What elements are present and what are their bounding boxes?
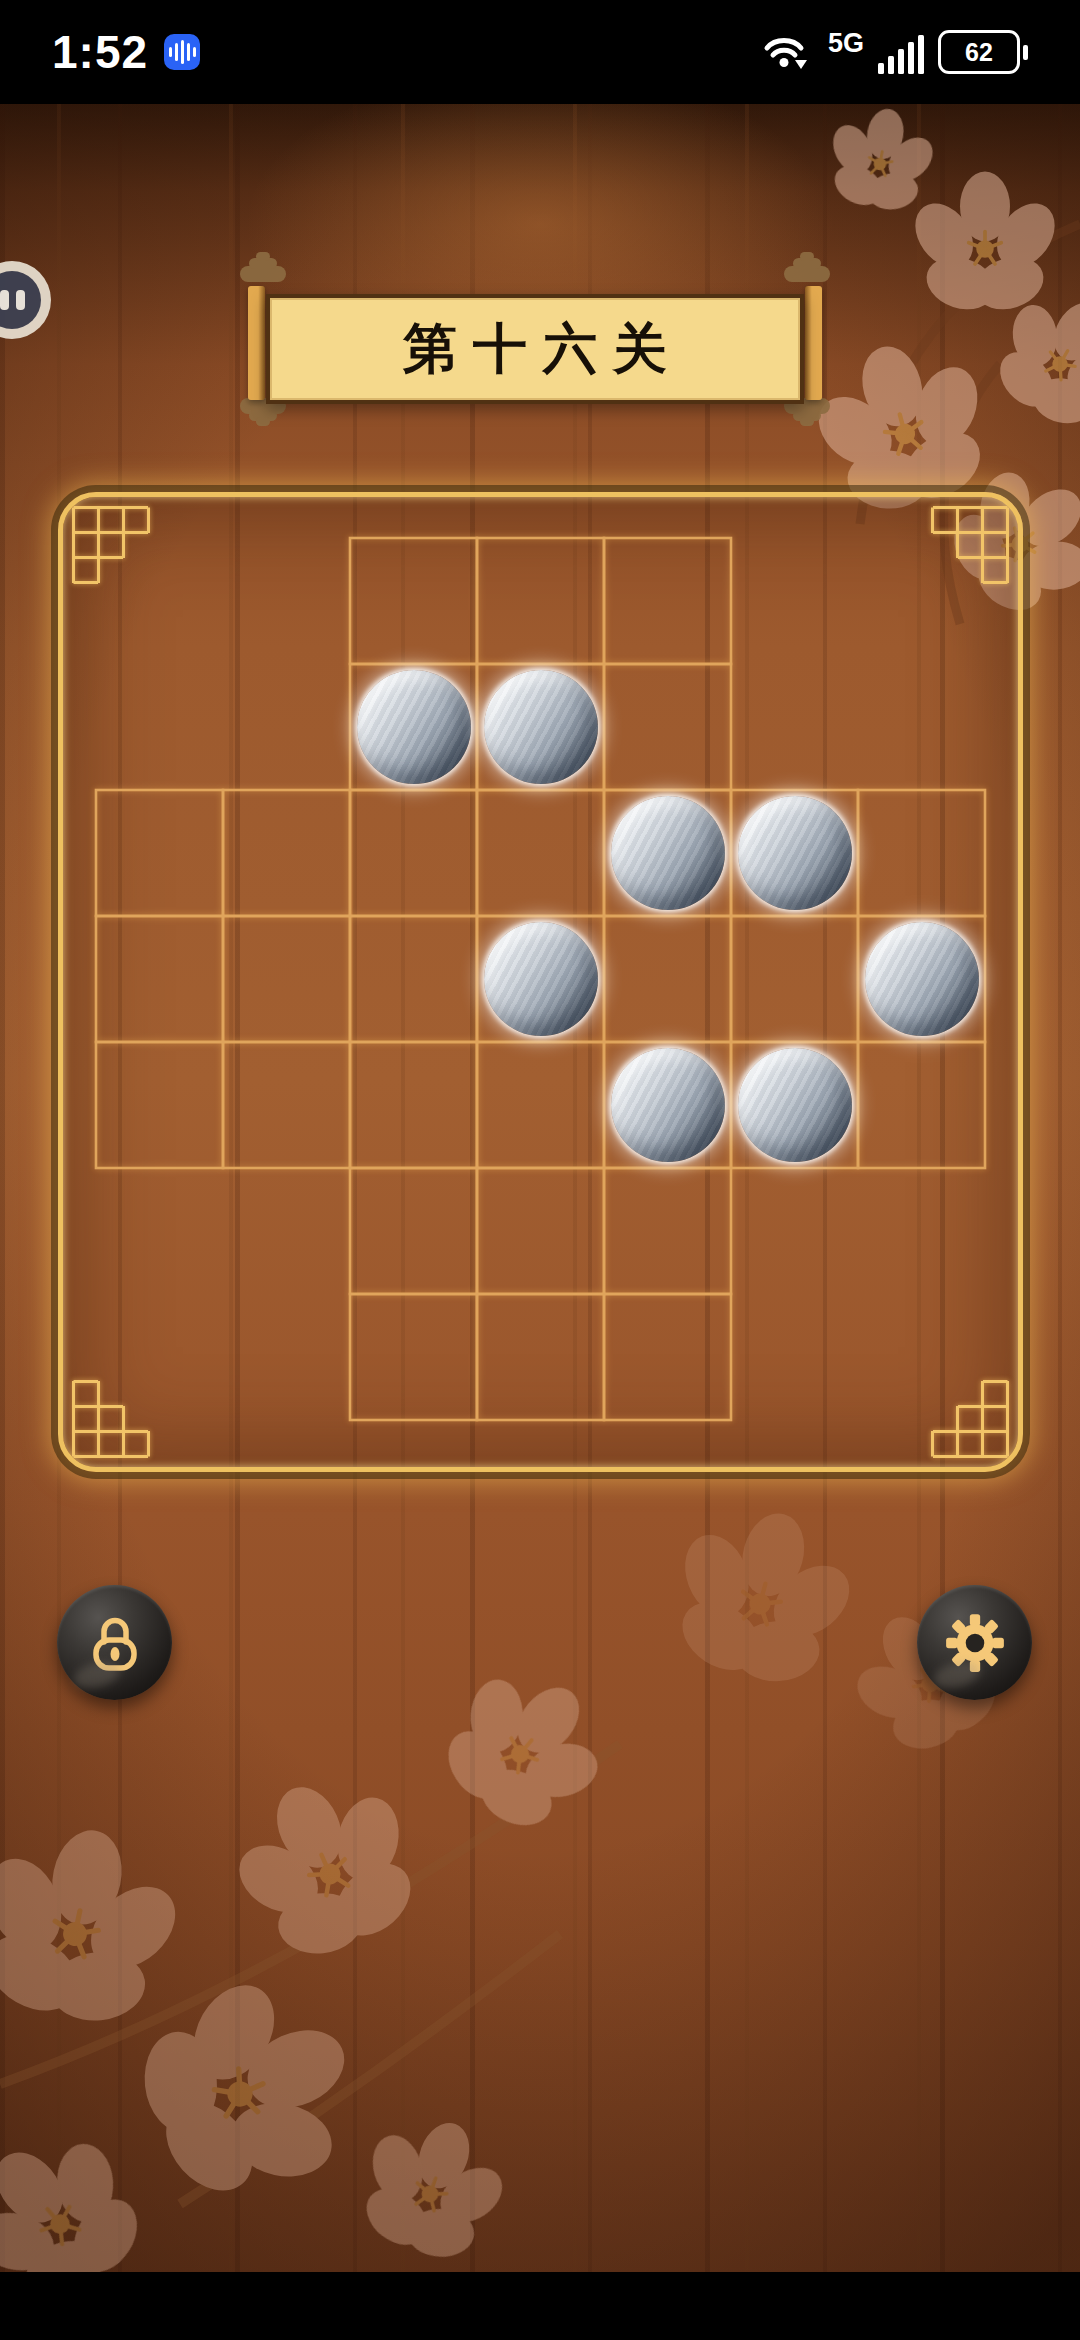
board-hole[interactable] xyxy=(223,1042,350,1168)
white-stone[interactable] xyxy=(357,670,471,784)
board-hole[interactable] xyxy=(604,1294,731,1420)
status-bar: 1:52 5G 62 xyxy=(0,0,1080,104)
settings-button[interactable] xyxy=(917,1585,1032,1700)
white-stone[interactable] xyxy=(484,670,598,784)
battery-nub xyxy=(1023,45,1028,60)
board-hole[interactable] xyxy=(858,790,985,916)
board-hole[interactable] xyxy=(604,664,731,790)
board-hole[interactable] xyxy=(350,916,477,1042)
level-banner-scroll: 第十六关 xyxy=(246,262,824,422)
network-type-label: 5G xyxy=(828,28,864,59)
board-hole[interactable] xyxy=(858,1042,985,1168)
level-banner: 第十六关 xyxy=(266,294,804,404)
white-stone[interactable] xyxy=(865,922,979,1036)
lock-button[interactable] xyxy=(57,1585,172,1700)
board-hole[interactable] xyxy=(477,1168,604,1294)
lock-icon xyxy=(83,1611,147,1675)
scroll-finial-top-left xyxy=(240,266,286,282)
white-stone[interactable] xyxy=(611,1048,725,1162)
gear-icon xyxy=(942,1610,1008,1676)
status-left: 1:52 xyxy=(52,25,200,79)
board-hole[interactable] xyxy=(731,916,858,1042)
scroll-roller-right xyxy=(805,286,822,400)
board-hole[interactable] xyxy=(604,538,731,664)
game-screen: 1:52 5G 62 xyxy=(0,0,1080,2340)
pause-icon xyxy=(0,271,41,329)
solitaire-board xyxy=(58,492,1023,1472)
battery-percent: 62 xyxy=(938,30,1020,74)
board-hole[interactable] xyxy=(223,916,350,1042)
voice-wave-icon xyxy=(164,34,200,70)
level-title: 第十六关 xyxy=(387,313,683,386)
board-hole[interactable] xyxy=(223,790,350,916)
board-hole[interactable] xyxy=(604,1168,731,1294)
status-right: 5G 62 xyxy=(762,30,1028,74)
board-hole[interactable] xyxy=(96,916,223,1042)
board-hole[interactable] xyxy=(96,790,223,916)
signal-bars-icon xyxy=(878,34,924,74)
battery-icon: 62 xyxy=(938,30,1028,74)
board-hole[interactable] xyxy=(477,1042,604,1168)
board-hole[interactable] xyxy=(477,1294,604,1420)
white-stone[interactable] xyxy=(738,796,852,910)
board-hole[interactable] xyxy=(477,790,604,916)
white-stone[interactable] xyxy=(611,796,725,910)
floating-pause-button[interactable] xyxy=(0,261,51,339)
board-hole[interactable] xyxy=(477,538,604,664)
board-hole[interactable] xyxy=(350,1042,477,1168)
wifi-icon xyxy=(762,30,814,74)
board-hole[interactable] xyxy=(350,1168,477,1294)
scroll-roller-left xyxy=(248,286,265,400)
clock-time: 1:52 xyxy=(52,25,148,79)
white-stone[interactable] xyxy=(738,1048,852,1162)
board-hole[interactable] xyxy=(96,1042,223,1168)
board-hole[interactable] xyxy=(350,538,477,664)
board-hole[interactable] xyxy=(350,1294,477,1420)
bottom-gesture-bar xyxy=(0,2272,1080,2340)
wood-background: 第十六关 xyxy=(0,104,1080,2272)
white-stone[interactable] xyxy=(484,922,598,1036)
board-hole[interactable] xyxy=(604,916,731,1042)
scroll-finial-top-right xyxy=(784,266,830,282)
board-hole[interactable] xyxy=(350,790,477,916)
